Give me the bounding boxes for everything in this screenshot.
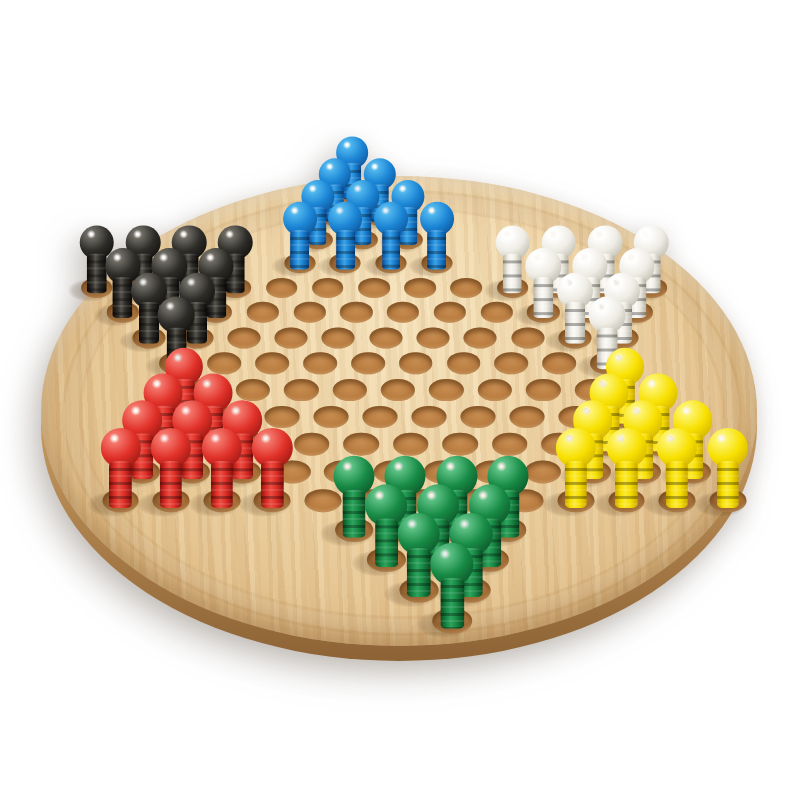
peg-body xyxy=(343,489,366,537)
peg-body xyxy=(109,461,131,508)
board-hole[interactable] xyxy=(542,353,576,374)
peg-blue[interactable] xyxy=(329,202,363,269)
peg-body xyxy=(336,230,355,269)
board-hole[interactable] xyxy=(460,406,495,428)
board-hole[interactable] xyxy=(343,433,379,456)
peg-body xyxy=(440,578,464,628)
board-hole[interactable] xyxy=(442,433,478,456)
peg-body xyxy=(534,277,554,318)
board-hole[interactable] xyxy=(332,379,366,401)
peg-yellow[interactable] xyxy=(657,428,697,508)
board-hole[interactable] xyxy=(255,353,289,374)
board-hole[interactable] xyxy=(404,277,436,297)
board-hole[interactable] xyxy=(247,302,279,323)
board-hole[interactable] xyxy=(399,353,433,374)
board-hole[interactable] xyxy=(264,406,299,428)
peg-body xyxy=(503,253,522,293)
peg-white[interactable] xyxy=(557,272,593,344)
peg-body xyxy=(139,302,159,344)
peg-body xyxy=(375,518,398,567)
peg-blue[interactable] xyxy=(374,202,408,269)
peg-red[interactable] xyxy=(100,428,140,508)
board-hole[interactable] xyxy=(451,277,483,297)
board-hole[interactable] xyxy=(266,277,298,297)
board-hole[interactable] xyxy=(509,406,544,428)
board-hole[interactable] xyxy=(393,433,429,456)
board-hole[interactable] xyxy=(351,353,385,374)
peg-body xyxy=(717,461,739,508)
board-hole[interactable] xyxy=(294,433,330,456)
peg-body xyxy=(382,230,401,269)
board-hole[interactable] xyxy=(434,302,466,323)
peg-body xyxy=(290,230,309,269)
board-hole[interactable] xyxy=(464,327,497,348)
peg-body xyxy=(113,277,133,318)
peg-red[interactable] xyxy=(202,428,242,508)
board-hole[interactable] xyxy=(313,406,348,428)
peg-blue[interactable] xyxy=(283,202,317,269)
board-hole[interactable] xyxy=(492,433,528,456)
board-hole[interactable] xyxy=(387,302,419,323)
board-hole[interactable] xyxy=(322,327,355,348)
board-hole[interactable] xyxy=(511,327,544,348)
peg-body xyxy=(427,230,446,269)
peg-yellow[interactable] xyxy=(606,428,646,508)
board-hole[interactable] xyxy=(303,353,337,374)
board-hole[interactable] xyxy=(207,353,241,374)
peg-body xyxy=(87,253,106,293)
board-hole[interactable] xyxy=(411,406,446,428)
peg-body xyxy=(666,461,688,508)
holes-and-pegs-layer xyxy=(0,0,800,800)
board-hole[interactable] xyxy=(478,379,512,401)
board-hole[interactable] xyxy=(417,327,450,348)
peg-red[interactable] xyxy=(252,428,292,508)
board-hole[interactable] xyxy=(362,406,397,428)
peg-white[interactable] xyxy=(526,248,561,318)
board-hole[interactable] xyxy=(358,277,390,297)
peg-yellow[interactable] xyxy=(556,428,596,508)
board-hole[interactable] xyxy=(495,353,529,374)
board-hole[interactable] xyxy=(275,327,308,348)
board-hole[interactable] xyxy=(429,379,463,401)
chinese-checkers-board xyxy=(0,0,800,800)
peg-yellow[interactable] xyxy=(708,428,748,508)
peg-blue[interactable] xyxy=(420,202,454,269)
peg-white[interactable] xyxy=(495,225,530,294)
board-hole[interactable] xyxy=(284,379,318,401)
peg-body xyxy=(211,461,233,508)
board-hole[interactable] xyxy=(381,379,415,401)
board-hole[interactable] xyxy=(447,353,481,374)
peg-body xyxy=(615,461,637,508)
board-hole[interactable] xyxy=(369,327,402,348)
board-hole[interactable] xyxy=(526,379,560,401)
scene: Chinese checkers — round wooden board wi… xyxy=(0,0,800,800)
board-hole[interactable] xyxy=(312,277,344,297)
peg-body xyxy=(160,461,182,508)
board-hole[interactable] xyxy=(293,302,325,323)
board-hole[interactable] xyxy=(480,302,512,323)
peg-body xyxy=(261,461,283,508)
peg-red[interactable] xyxy=(151,428,191,508)
board-hole[interactable] xyxy=(340,302,372,323)
board-hole[interactable] xyxy=(236,379,270,401)
board-hole[interactable] xyxy=(227,327,260,348)
peg-body xyxy=(407,548,431,598)
peg-green[interactable] xyxy=(431,543,474,629)
peg-body xyxy=(565,461,587,508)
peg-body xyxy=(565,302,585,344)
